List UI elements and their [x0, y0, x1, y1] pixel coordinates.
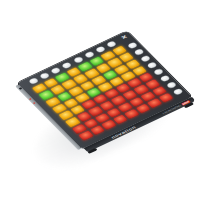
- top-button-6[interactable]: [84, 51, 95, 58]
- right-button-6[interactable]: [159, 75, 170, 82]
- novation-logo-icon[interactable]: ✕: [118, 33, 130, 41]
- right-button-1[interactable]: [127, 42, 138, 49]
- right-button-5[interactable]: [153, 68, 164, 75]
- top-button-7[interactable]: [95, 46, 106, 53]
- right-button-8[interactable]: [172, 88, 183, 95]
- right-button-3[interactable]: [140, 55, 151, 62]
- led-reflection-dot: [29, 98, 32, 100]
- right-button-7[interactable]: [166, 81, 177, 88]
- right-button-4[interactable]: [146, 62, 157, 69]
- top-button-4[interactable]: [62, 62, 73, 69]
- top-button-8[interactable]: [106, 40, 117, 47]
- right-button-2[interactable]: [133, 48, 144, 55]
- top-button-5[interactable]: [73, 56, 84, 63]
- product-photo-stage: ✕ novation LAUNCHPAD MINI: [0, 0, 200, 200]
- top-button-3[interactable]: [50, 67, 61, 74]
- top-button-1[interactable]: [28, 78, 39, 85]
- usb-port-icon: [18, 87, 22, 90]
- top-button-2[interactable]: [39, 72, 50, 79]
- led-reflection-dot: [33, 102, 36, 104]
